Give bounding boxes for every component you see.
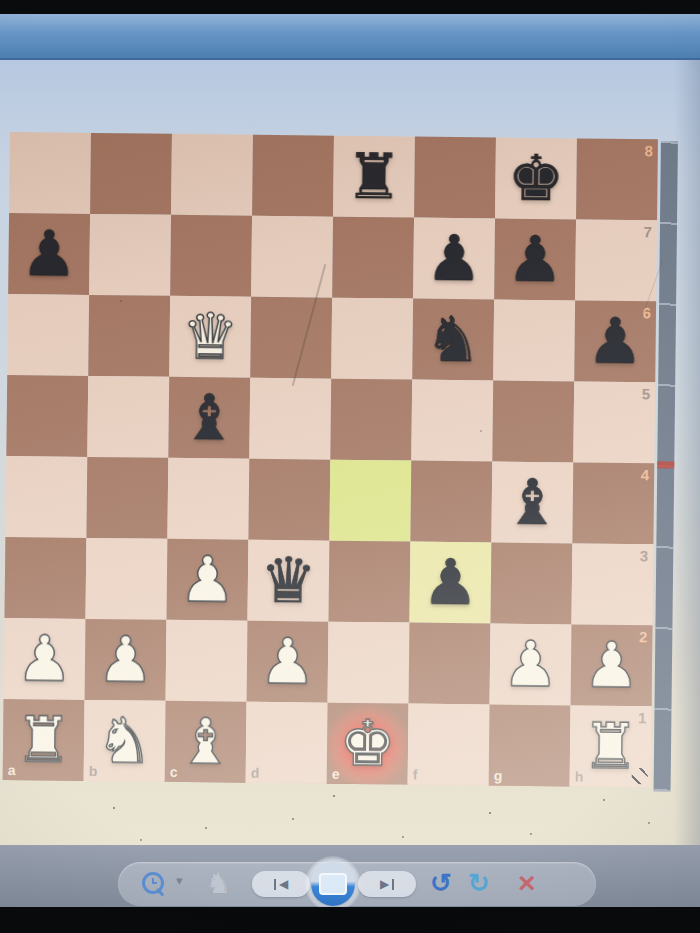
square-d2[interactable]: ♟ (247, 621, 329, 703)
black-bishop[interactable]: ♝ (168, 377, 250, 459)
square-b7[interactable] (89, 214, 171, 296)
square-c4[interactable] (167, 458, 249, 540)
file-label-f: f (413, 767, 418, 783)
square-f6[interactable]: ♞ (412, 299, 494, 381)
white-pawn[interactable]: ♟ (247, 621, 329, 703)
square-b1[interactable]: b♞ (84, 700, 166, 782)
square-g2[interactable]: ♟ (490, 623, 572, 705)
square-d1[interactable]: d (246, 702, 328, 784)
rank-label-3: 3 (640, 547, 649, 564)
white-pawn[interactable]: ♟ (4, 618, 86, 700)
undo-button[interactable]: ↺ (430, 868, 452, 899)
board-area: ♜♚8♟♟♟7♛♞6♟♝5♝4♟♛♟3♟♟♟♟2♟a♜b♞c♝de♚fg1h♜ (3, 132, 688, 796)
white-rook[interactable]: ♜ (3, 699, 85, 781)
file-label-g: g (494, 768, 503, 784)
square-g4[interactable]: ♝ (491, 461, 573, 543)
black-rook[interactable]: ♜ (333, 136, 415, 218)
square-b5[interactable] (87, 376, 169, 458)
previous-move-button[interactable]: ◀ (252, 871, 310, 897)
square-h4[interactable]: 4 (572, 462, 654, 544)
redo-button[interactable]: ↻ (468, 868, 490, 899)
white-king[interactable]: ♚ (327, 703, 409, 785)
black-king[interactable]: ♚ (495, 138, 577, 220)
rank-label-4: 4 (641, 466, 650, 483)
square-a6[interactable] (7, 294, 89, 376)
square-a5[interactable] (6, 375, 88, 457)
square-h5[interactable]: 5 (573, 381, 655, 463)
square-b8[interactable] (90, 133, 172, 215)
square-h3[interactable]: 3 (571, 543, 653, 625)
right-triangle-icon: ▶ (380, 878, 389, 890)
square-a3[interactable] (4, 537, 86, 619)
board-view-button[interactable] (305, 856, 361, 912)
square-g3[interactable] (490, 542, 572, 624)
square-b2[interactable]: ♟ (85, 619, 167, 701)
square-a8[interactable] (9, 132, 91, 214)
monitor-screen-icon (319, 873, 347, 895)
square-c6[interactable]: ♛ (169, 296, 251, 378)
square-e5[interactable] (330, 379, 412, 461)
square-f5[interactable] (411, 380, 493, 462)
close-button[interactable]: × (518, 866, 536, 900)
square-f2[interactable] (409, 623, 491, 705)
bottom-toolbar: ▾ ♞ ◀ ▶ ↺ ↻ × (118, 862, 596, 906)
file-label-d: d (251, 765, 260, 781)
square-d7[interactable] (251, 216, 333, 298)
black-bishop[interactable]: ♝ (491, 461, 573, 543)
chess-board: ♜♚8♟♟♟7♛♞6♟♝5♝4♟♛♟3♟♟♟♟2♟a♜b♞c♝de♚fg1h♜ (3, 132, 658, 787)
black-pawn[interactable]: ♟ (409, 542, 491, 624)
magnifier-handle-icon (156, 888, 164, 896)
window-title-bar (0, 14, 700, 60)
square-h2[interactable]: 2♟ (571, 624, 653, 706)
square-a2[interactable]: ♟ (4, 618, 86, 700)
square-f7[interactable]: ♟ (413, 218, 495, 300)
board-resize-handle[interactable] (632, 768, 648, 784)
white-pawn[interactable]: ♟ (490, 623, 572, 705)
square-f3[interactable]: ♟ (409, 542, 491, 624)
rank-label-7: 7 (643, 223, 652, 240)
bottom-bar-background: ▾ ♞ ◀ ▶ ↺ ↻ × (0, 845, 700, 907)
square-b3[interactable] (85, 538, 167, 620)
square-d5[interactable] (249, 378, 331, 460)
white-queen[interactable]: ♛ (169, 296, 251, 378)
square-e8[interactable]: ♜ (333, 136, 415, 218)
black-pawn[interactable]: ♟ (8, 213, 90, 295)
square-c1[interactable]: c♝ (165, 701, 247, 783)
side-strip-red-marker (657, 461, 674, 468)
analysis-search-button[interactable] (142, 872, 168, 898)
white-bishop[interactable]: ♝ (165, 701, 247, 783)
square-g7[interactable]: ♟ (494, 219, 576, 301)
clock-hand-icon (152, 882, 157, 884)
square-b4[interactable] (86, 457, 168, 539)
square-c8[interactable] (171, 134, 253, 216)
square-g1[interactable]: g (489, 704, 571, 786)
screen-bottom-bezel (0, 907, 700, 933)
square-g6[interactable] (493, 300, 575, 382)
square-h7[interactable]: 7 (575, 219, 657, 301)
square-c7[interactable] (170, 215, 252, 297)
square-e1[interactable]: e♚ (327, 703, 409, 785)
square-d6[interactable] (250, 297, 332, 379)
square-e3[interactable] (328, 541, 410, 623)
white-pawn[interactable]: ♟ (571, 624, 653, 706)
square-g5[interactable] (492, 380, 574, 462)
black-queen[interactable]: ♛ (247, 540, 329, 622)
monitor-icon (311, 862, 355, 906)
square-a7[interactable]: ♟ (8, 213, 90, 295)
square-f4[interactable] (410, 461, 492, 543)
white-pawn[interactable]: ♟ (85, 619, 167, 701)
square-e4[interactable] (329, 460, 411, 542)
black-pawn[interactable]: ♟ (413, 218, 495, 300)
left-triangle-icon: ◀ (279, 878, 288, 890)
monitor-screen: ♜♚8♟♟♟7♛♞6♟♝5♝4♟♛♟3♟♟♟♟2♟a♜b♞c♝de♚fg1h♜ … (0, 0, 700, 933)
screen-top-bezel (0, 0, 700, 14)
square-d4[interactable] (248, 459, 330, 541)
next-move-button[interactable]: ▶ (358, 871, 416, 897)
square-a1[interactable]: a♜ (3, 699, 85, 781)
screen-right-edge-shade (674, 58, 700, 848)
white-knight[interactable]: ♞ (84, 700, 166, 782)
chevron-down-icon[interactable]: ▾ (176, 873, 183, 888)
square-h8[interactable]: 8 (576, 138, 658, 220)
rank-label-8: 8 (644, 142, 653, 159)
square-e6[interactable] (331, 298, 413, 380)
white-pawn[interactable]: ♟ (166, 539, 248, 621)
square-c3[interactable]: ♟ (166, 539, 248, 621)
skip-bar-icon (274, 879, 276, 890)
black-pawn[interactable]: ♟ (494, 219, 576, 301)
square-c5[interactable]: ♝ (168, 377, 250, 459)
square-c2[interactable] (166, 620, 248, 702)
black-knight[interactable]: ♞ (412, 299, 494, 381)
piece-setup-button[interactable]: ♞ (206, 867, 231, 900)
rank-label-5: 5 (642, 385, 651, 402)
square-a4[interactable] (5, 456, 87, 538)
square-d3[interactable]: ♛ (247, 540, 329, 622)
square-f8[interactable] (414, 137, 496, 219)
square-g8[interactable]: ♚ (495, 138, 577, 220)
square-b6[interactable] (88, 295, 170, 377)
square-e2[interactable] (328, 622, 410, 704)
square-d8[interactable] (252, 135, 334, 217)
square-f1[interactable]: f (408, 704, 490, 786)
square-e7[interactable] (332, 217, 414, 299)
skip-bar-icon (392, 879, 394, 890)
